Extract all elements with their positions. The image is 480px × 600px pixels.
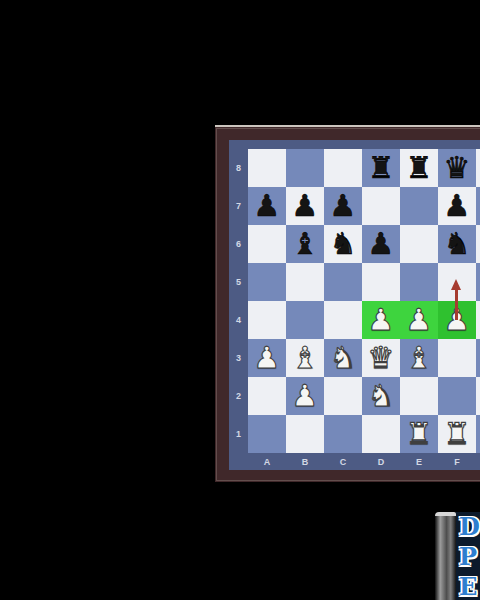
square-f1[interactable]: ♜ [438, 415, 476, 453]
square-c3[interactable]: ♞ [324, 339, 362, 377]
watermark-letter-d: D [459, 514, 480, 540]
rank-label-2: 2 [229, 377, 248, 415]
piece-black-pawn-c7[interactable]: ♟ [330, 187, 357, 225]
square-d6[interactable]: ♟ [362, 225, 400, 263]
piece-black-rook-d8[interactable]: ♜ [368, 149, 395, 187]
piece-black-bishop-b6[interactable]: ♝ [292, 225, 319, 263]
square-a4[interactable] [248, 301, 286, 339]
rank-label-5: 5 [229, 263, 248, 301]
piece-white-pawn-b2[interactable]: ♟ [292, 377, 319, 415]
square-g5[interactable] [476, 263, 480, 301]
square-b3[interactable]: ♝ [286, 339, 324, 377]
piece-white-pawn-a3[interactable]: ♟ [254, 339, 281, 377]
book-spine-icon [435, 512, 456, 600]
square-f8[interactable]: ♛ [438, 149, 476, 187]
piece-white-pawn-d4[interactable]: ♟ [368, 301, 395, 339]
square-c7[interactable]: ♟ [324, 187, 362, 225]
square-c2[interactable] [324, 377, 362, 415]
square-a2[interactable] [248, 377, 286, 415]
file-label-c: C [324, 453, 362, 470]
piece-black-pawn-a7[interactable]: ♟ [254, 187, 281, 225]
square-a8[interactable] [248, 149, 286, 187]
square-g6[interactable] [476, 225, 480, 263]
board-panel: 87654321 ♜♜♛♟♟♟♟♝♞♟♞♟♟♟♟♝♞♛♝♟♞♜♜ ABCDEFG… [229, 140, 480, 470]
square-e8[interactable]: ♜ [400, 149, 438, 187]
piece-black-pawn-d6[interactable]: ♟ [368, 225, 395, 263]
file-label-a: A [248, 453, 286, 470]
square-c6[interactable]: ♞ [324, 225, 362, 263]
piece-black-pawn-b7[interactable]: ♟ [292, 187, 319, 225]
square-d3[interactable]: ♛ [362, 339, 400, 377]
watermark-book-logo: D P E [435, 512, 480, 600]
square-d4[interactable]: ♟ [362, 301, 400, 339]
square-g3[interactable] [476, 339, 480, 377]
square-b5[interactable] [286, 263, 324, 301]
piece-black-queen-f8[interactable]: ♛ [444, 149, 471, 187]
chess-board-frame: 87654321 ♜♜♛♟♟♟♟♝♞♟♞♟♟♟♟♝♞♛♝♟♞♜♜ ABCDEFG… [215, 125, 480, 482]
piece-black-knight-c6[interactable]: ♞ [330, 225, 357, 263]
square-d8[interactable]: ♜ [362, 149, 400, 187]
move-arrow-head-icon [451, 279, 461, 290]
piece-black-knight-f6[interactable]: ♞ [444, 225, 471, 263]
square-f6[interactable]: ♞ [438, 225, 476, 263]
piece-white-queen-d3[interactable]: ♛ [368, 339, 395, 377]
rank-label-8: 8 [229, 149, 248, 187]
square-f2[interactable] [438, 377, 476, 415]
square-d2[interactable]: ♞ [362, 377, 400, 415]
square-b1[interactable] [286, 415, 324, 453]
square-g7[interactable] [476, 187, 480, 225]
square-e7[interactable] [400, 187, 438, 225]
square-c4[interactable] [324, 301, 362, 339]
square-b2[interactable]: ♟ [286, 377, 324, 415]
square-g1[interactable] [476, 415, 480, 453]
square-d1[interactable] [362, 415, 400, 453]
square-e4[interactable]: ♟ [400, 301, 438, 339]
file-labels: ABCDEFGH [248, 453, 480, 470]
watermark-letter-p: P [459, 544, 480, 570]
piece-white-rook-e1[interactable]: ♜ [406, 415, 433, 453]
file-label-g: G [476, 453, 480, 470]
square-e6[interactable] [400, 225, 438, 263]
rank-label-3: 3 [229, 339, 248, 377]
square-b6[interactable]: ♝ [286, 225, 324, 263]
square-g2[interactable] [476, 377, 480, 415]
piece-black-pawn-f7[interactable]: ♟ [444, 187, 471, 225]
square-d7[interactable] [362, 187, 400, 225]
square-c5[interactable] [324, 263, 362, 301]
piece-white-knight-c3[interactable]: ♞ [330, 339, 357, 377]
file-label-b: B [286, 453, 324, 470]
square-f7[interactable]: ♟ [438, 187, 476, 225]
square-c8[interactable] [324, 149, 362, 187]
square-d5[interactable] [362, 263, 400, 301]
board-grid: ♜♜♛♟♟♟♟♝♞♟♞♟♟♟♟♝♞♛♝♟♞♜♜ [248, 149, 480, 453]
square-e3[interactable]: ♝ [400, 339, 438, 377]
square-a5[interactable] [248, 263, 286, 301]
watermark-letters: D P E [456, 512, 480, 600]
square-a1[interactable] [248, 415, 286, 453]
piece-black-rook-e8[interactable]: ♜ [406, 149, 433, 187]
rank-label-6: 6 [229, 225, 248, 263]
piece-white-bishop-e3[interactable]: ♝ [406, 339, 433, 377]
file-label-d: D [362, 453, 400, 470]
board: ♜♜♛♟♟♟♟♝♞♟♞♟♟♟♟♝♞♛♝♟♞♜♜ [248, 149, 480, 453]
square-b8[interactable] [286, 149, 324, 187]
square-b7[interactable]: ♟ [286, 187, 324, 225]
square-b4[interactable] [286, 301, 324, 339]
square-e2[interactable] [400, 377, 438, 415]
square-a7[interactable]: ♟ [248, 187, 286, 225]
file-label-e: E [400, 453, 438, 470]
square-a3[interactable]: ♟ [248, 339, 286, 377]
piece-white-pawn-e4[interactable]: ♟ [406, 301, 433, 339]
file-label-f: F [438, 453, 476, 470]
square-f3[interactable] [438, 339, 476, 377]
rank-label-1: 1 [229, 415, 248, 453]
rank-label-7: 7 [229, 187, 248, 225]
rank-label-4: 4 [229, 301, 248, 339]
square-g4[interactable] [476, 301, 480, 339]
piece-white-knight-d2[interactable]: ♞ [368, 377, 395, 415]
square-g8[interactable] [476, 149, 480, 187]
square-c1[interactable] [324, 415, 362, 453]
square-a6[interactable] [248, 225, 286, 263]
move-arrow-line-f4-f5 [455, 289, 458, 320]
piece-white-rook-f1[interactable]: ♜ [444, 415, 471, 453]
square-e5[interactable] [400, 263, 438, 301]
video-frame: 87654321 ♜♜♛♟♟♟♟♝♞♟♞♟♟♟♟♝♞♛♝♟♞♜♜ ABCDEFG… [0, 0, 480, 600]
rank-labels: 87654321 [229, 149, 248, 453]
square-e1[interactable]: ♜ [400, 415, 438, 453]
watermark-letter-e: E [459, 574, 480, 600]
piece-white-bishop-b3[interactable]: ♝ [292, 339, 319, 377]
